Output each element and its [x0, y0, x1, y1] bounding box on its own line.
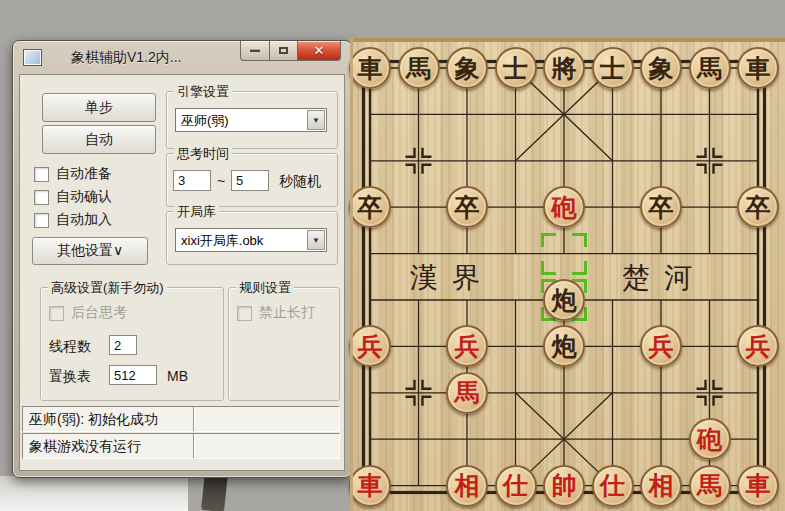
piece-red-r9c7[interactable]: 馬	[689, 465, 731, 507]
engine-selected-value: 巫师(弱)	[181, 112, 229, 130]
piece-red-r9c6[interactable]: 相	[640, 465, 682, 507]
close-icon: ✕	[314, 43, 325, 58]
window-title: 象棋辅助V1.2内...	[71, 49, 181, 67]
caption-buttons: ✕	[241, 41, 341, 61]
piece-black-r0c7[interactable]: 馬	[689, 47, 731, 89]
piece-black-r0c6[interactable]: 象	[640, 47, 682, 89]
auto-confirm-label: 自动确认	[56, 188, 112, 206]
advanced-group-label: 高级设置(新手勿动)	[48, 279, 167, 297]
status-divider	[193, 434, 194, 458]
minimize-icon	[250, 49, 260, 52]
piece-black-r0c8[interactable]: 車	[737, 47, 779, 89]
river-left-text: 漢界	[410, 262, 494, 293]
hash-label: 置换表	[49, 368, 91, 386]
status-divider	[193, 407, 194, 431]
checkbox-box[interactable]	[34, 213, 49, 228]
marker-corner	[541, 233, 556, 247]
opening-book-label: 开局库	[174, 203, 219, 221]
piece-red-r9c8[interactable]: 車	[737, 465, 779, 507]
piece-black-r3c8[interactable]: 卒	[737, 186, 779, 228]
piece-black-r0c2[interactable]: 象	[446, 47, 488, 89]
piece-black-r0c5[interactable]: 士	[592, 47, 634, 89]
auto-prepare-checkbox[interactable]: 自动准备	[34, 165, 112, 183]
piece-red-r3c4[interactable]: 砲	[543, 186, 585, 228]
engine-status-bar: 巫师(弱): 初始化成功	[22, 406, 340, 432]
piece-black-r3c0[interactable]: 卒	[349, 186, 391, 228]
other-settings-button[interactable]: 其他设置∨	[32, 237, 148, 265]
threads-input[interactable]: 2	[109, 335, 137, 355]
piece-red-r9c4[interactable]: 帥	[543, 465, 585, 507]
marker-corner	[541, 261, 556, 275]
titlebar[interactable]: 象棋辅助V1.2内... ✕	[13, 41, 351, 74]
seconds-random-label: 秒随机	[279, 173, 321, 191]
marker-corner	[572, 233, 587, 247]
piece-red-r8c7[interactable]: 砲	[689, 418, 731, 460]
engine-group: 引擎设置 巫师(弱) ▼	[166, 91, 338, 149]
piece-red-r9c3[interactable]: 仕	[495, 465, 537, 507]
auto-join-checkbox[interactable]: 自动加入	[34, 211, 112, 229]
piece-black-r3c6[interactable]: 卒	[640, 186, 682, 228]
auto-join-label: 自动加入	[56, 211, 112, 229]
piece-red-r9c0[interactable]: 車	[349, 465, 391, 507]
think-max-input[interactable]: 5	[231, 170, 269, 191]
close-button[interactable]: ✕	[297, 41, 341, 61]
threads-label: 线程数	[49, 338, 91, 356]
game-status-text: 象棋游戏没有运行	[23, 434, 339, 458]
maximize-icon	[279, 47, 288, 54]
chevron-down-icon[interactable]: ▼	[307, 110, 325, 130]
desktop-highlight	[0, 476, 188, 511]
checkbox-box	[49, 306, 64, 321]
piece-black-r0c3[interactable]: 士	[495, 47, 537, 89]
opening-book-group: 开局库 xixi开局库.obk ▼	[166, 211, 338, 265]
checkbox-box[interactable]	[34, 167, 49, 182]
engine-select[interactable]: 巫师(弱) ▼	[175, 108, 327, 132]
marker-corner	[572, 261, 587, 275]
piece-red-r7c2[interactable]: 馬	[446, 372, 488, 414]
piece-black-r0c0[interactable]: 車	[349, 47, 391, 89]
dialog-body: 单步 自动 引擎设置 巫师(弱) ▼ 思考时间 3 ~ 秒随机 5 开局库 xi…	[19, 74, 345, 471]
no-perpetual-label: 禁止长打	[259, 304, 315, 322]
game-status-bar: 象棋游戏没有运行	[22, 433, 340, 459]
last-move-marker	[541, 233, 587, 275]
no-perpetual-checkbox: 禁止长打	[237, 304, 315, 322]
xiangqi-board[interactable]: 漢界 楚河 車馬象士將士象馬車卒卒砲卒卒炮兵兵炮兵兵馬砲車相仕帥仕相馬車	[350, 38, 785, 511]
tilde-label: ~	[217, 173, 225, 189]
think-time-label: 思考时间	[174, 145, 232, 163]
background-think-checkbox: 后台思考	[49, 304, 127, 322]
piece-red-r9c2[interactable]: 相	[446, 465, 488, 507]
assistant-window: 象棋辅助V1.2内... ✕ 单步 自动 引擎设置 巫师(弱) ▼ 思考时间 3…	[12, 40, 352, 478]
river-right-text: 楚河	[622, 262, 706, 293]
background-think-label: 后台思考	[71, 304, 127, 322]
advanced-group: 高级设置(新手勿动) 后台思考 线程数 2 置换表 512 MB	[40, 287, 224, 401]
chevron-down-icon[interactable]: ▼	[307, 230, 325, 250]
auto-confirm-checkbox[interactable]: 自动确认	[34, 188, 112, 206]
rules-group: 规则设置 禁止长打	[228, 287, 340, 401]
opening-book-select[interactable]: xixi开局库.obk ▼	[175, 228, 327, 252]
hash-unit-label: MB	[167, 368, 188, 384]
checkbox-box	[237, 306, 252, 321]
piece-black-r3c2[interactable]: 卒	[446, 186, 488, 228]
think-min-input[interactable]: 3	[173, 170, 211, 191]
rules-group-label: 规则设置	[236, 279, 294, 297]
hash-input[interactable]: 512	[109, 365, 157, 385]
checkbox-box[interactable]	[34, 190, 49, 205]
piece-black-r5c4[interactable]: 炮	[543, 279, 585, 321]
auto-button[interactable]: 自动	[42, 125, 156, 154]
piece-red-r9c5[interactable]: 仕	[592, 465, 634, 507]
piece-black-r0c4[interactable]: 將	[543, 47, 585, 89]
maximize-button[interactable]	[269, 41, 298, 61]
auto-prepare-label: 自动准备	[56, 165, 112, 183]
think-time-group: 思考时间 3 ~ 秒随机 5	[166, 153, 338, 207]
engine-group-label: 引擎设置	[174, 83, 232, 101]
piece-black-r0c1[interactable]: 馬	[398, 47, 440, 89]
engine-status-text: 巫师(弱): 初始化成功	[23, 407, 339, 431]
app-icon	[23, 49, 42, 66]
step-button[interactable]: 单步	[42, 93, 156, 122]
opening-book-value: xixi开局库.obk	[181, 232, 263, 250]
minimize-button[interactable]	[240, 41, 270, 61]
